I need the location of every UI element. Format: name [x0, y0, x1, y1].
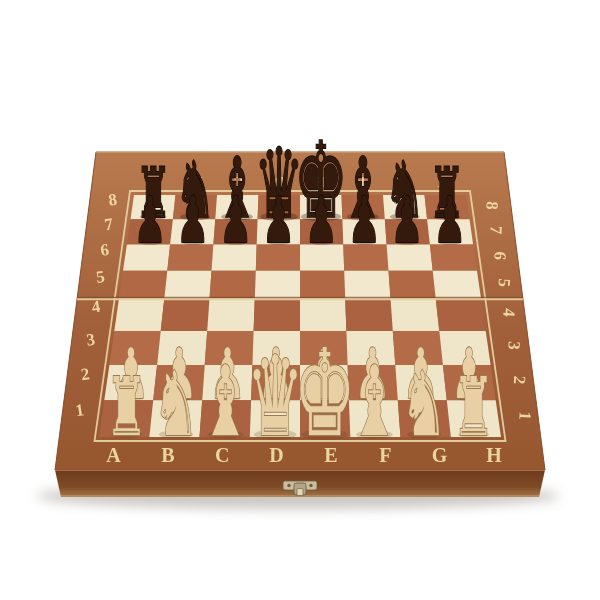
- piece-black-pawn-g7: ♟: [391, 184, 424, 257]
- rank-label-right-3: 3: [504, 341, 523, 350]
- rank-label-right-6: 6: [490, 251, 509, 260]
- piece-black-pawn-f7: ♟: [348, 184, 381, 257]
- piece-white-knight-b1: ♞: [153, 352, 199, 456]
- product-photo: ABCDEFGHABCDEFGH8877665544332211♜♞♝♛♚♝♞♜…: [0, 0, 600, 600]
- square-a5: [119, 271, 167, 299]
- square-b5: [164, 271, 211, 299]
- square-b4: [161, 299, 210, 331]
- rank-label-right-5: 5: [495, 278, 514, 287]
- piece-white-bishop-f1: ♝: [349, 346, 399, 459]
- piece-white-rook-h1: ♜: [453, 360, 495, 454]
- square-g4: [391, 299, 440, 331]
- square-d5: [255, 271, 300, 299]
- rank-label-right-8: 8: [482, 201, 501, 210]
- square-h5: [433, 271, 481, 299]
- square-f5: [344, 271, 390, 299]
- square-e5: [300, 271, 345, 299]
- piece-black-pawn-h7: ♟: [433, 184, 466, 257]
- piece-black-pawn-b7: ♟: [176, 184, 209, 257]
- square-c5: [210, 271, 256, 299]
- square-h4: [436, 299, 486, 331]
- piece-black-pawn-e7: ♟: [305, 184, 338, 257]
- rank-label-right-1: 1: [515, 411, 534, 420]
- rank-label-right-2: 2: [510, 375, 529, 384]
- piece-black-pawn-c7: ♟: [219, 184, 252, 257]
- piece-black-pawn-d7: ♟: [262, 184, 295, 257]
- piece-white-knight-g1: ♞: [401, 352, 447, 456]
- square-a4: [114, 299, 164, 331]
- piece-white-rook-a1: ♜: [106, 360, 148, 454]
- rank-label-right-7: 7: [486, 225, 505, 235]
- piece-white-bishop-c1: ♝: [201, 346, 251, 459]
- square-c4: [207, 299, 255, 331]
- chess-board: ABCDEFGHABCDEFGH8877665544332211♜♞♝♛♚♝♞♜…: [0, 0, 600, 600]
- rank-label-right-4: 4: [499, 308, 518, 318]
- square-g5: [389, 271, 436, 299]
- piece-white-king-e1: ♚: [294, 324, 356, 464]
- piece-black-pawn-a7: ♟: [134, 184, 167, 257]
